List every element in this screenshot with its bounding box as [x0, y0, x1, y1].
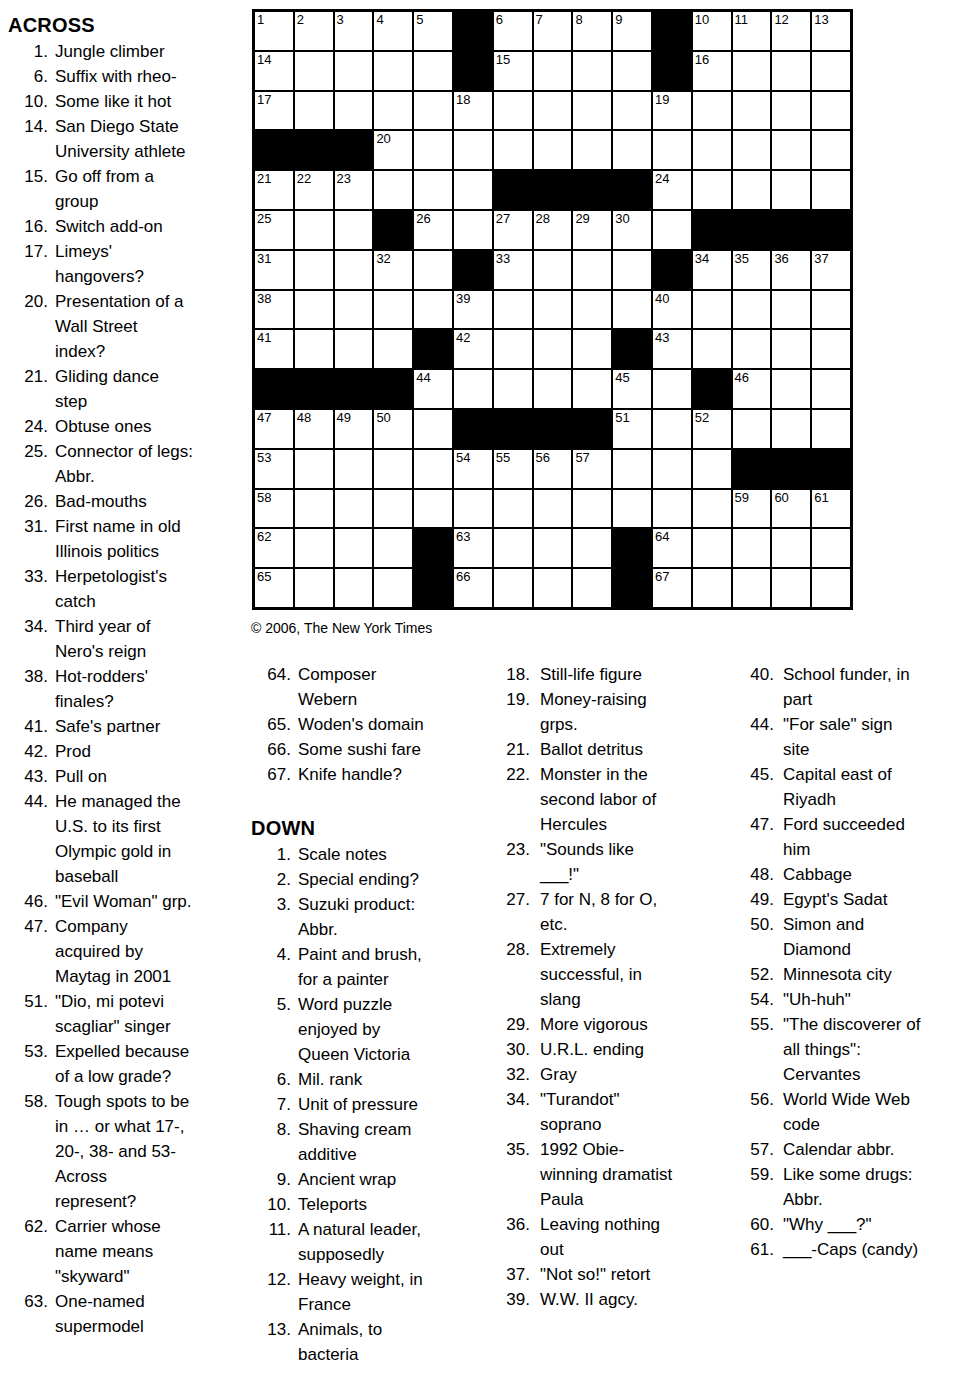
- cell-r11c1[interactable]: 47: [255, 410, 293, 448]
- cell-r7c2[interactable]: [295, 251, 333, 289]
- down-clue-list: 1.Scale notes2.Special ending?3.Suzuki p…: [251, 842, 477, 1367]
- clue-number: 32.: [506, 1062, 530, 1087]
- clue-number: 49.: [750, 887, 774, 912]
- cell-r3c13[interactable]: [733, 92, 771, 130]
- cell-r4c7[interactable]: [494, 131, 532, 169]
- cell-r2c10[interactable]: [613, 52, 651, 90]
- clue-down-48: 48.Cabbage: [750, 862, 962, 887]
- clue-across-38: 38.Hot-rodders' finales?: [8, 664, 242, 714]
- cell-r1c10[interactable]: 9: [613, 12, 651, 50]
- cell-r11c14[interactable]: [772, 410, 810, 448]
- cell-r8c5[interactable]: [414, 291, 452, 329]
- cell-r12c1[interactable]: 53: [255, 450, 293, 488]
- cell-r3c12[interactable]: [693, 92, 731, 130]
- cell-r8c7[interactable]: [494, 291, 532, 329]
- clue-text: Shaving cream additive: [298, 1117, 477, 1167]
- cell-r13c9[interactable]: [573, 490, 611, 528]
- cell-r7c12[interactable]: 34: [693, 251, 731, 289]
- clue-number: 54.: [750, 987, 774, 1012]
- cell-r11c10[interactable]: 51: [613, 410, 651, 448]
- cell-r9c9[interactable]: [573, 330, 611, 368]
- cell-r8c6[interactable]: 39: [454, 291, 492, 329]
- cell-r9c7[interactable]: [494, 330, 532, 368]
- cell-r4c6[interactable]: [454, 131, 492, 169]
- cell-r14c7[interactable]: [494, 529, 532, 567]
- clue-text: Ballot detritus: [540, 737, 718, 762]
- black-cell-r10c3: [335, 370, 373, 408]
- cell-r12c3[interactable]: [335, 450, 373, 488]
- clue-number: 65.: [251, 712, 291, 737]
- cell-r2c1[interactable]: 14: [255, 52, 293, 90]
- cell-r9c4[interactable]: [374, 330, 412, 368]
- cell-r5c12[interactable]: [693, 171, 731, 209]
- clue-text: Woden's domain: [298, 712, 477, 737]
- clue-across-43: 43.Pull on: [8, 764, 242, 789]
- cell-r7c14[interactable]: 36: [772, 251, 810, 289]
- cell-r5c14[interactable]: [772, 171, 810, 209]
- cell-r15c14[interactable]: [772, 569, 810, 607]
- cell-r10c8[interactable]: [534, 370, 572, 408]
- black-cell-r15c5: [414, 569, 452, 607]
- cell-r10c14[interactable]: [772, 370, 810, 408]
- cell-r10c13[interactable]: 46: [733, 370, 771, 408]
- cell-r2c5[interactable]: [414, 52, 452, 90]
- clue-number: 12.: [251, 1267, 291, 1317]
- cell-r8c3[interactable]: [335, 291, 373, 329]
- cell-number-25: 25: [257, 212, 271, 226]
- cell-r13c5[interactable]: [414, 490, 452, 528]
- cell-r8c1[interactable]: 38: [255, 291, 293, 329]
- clue-number: 1.: [8, 39, 48, 64]
- cell-r8c8[interactable]: [534, 291, 572, 329]
- cell-r6c5[interactable]: 26: [414, 211, 452, 249]
- cell-r3c11[interactable]: 19: [653, 92, 691, 130]
- clue-text: Some like it hot: [55, 89, 242, 114]
- cell-r1c5[interactable]: 5: [414, 12, 452, 50]
- cell-number-51: 51: [615, 411, 629, 425]
- clue-down-23: 23."Sounds like ___!": [506, 837, 718, 887]
- cell-r8c9[interactable]: [573, 291, 611, 329]
- clue-text: Expelled because of a low grade?: [55, 1039, 242, 1089]
- clue-text: Obtuse ones: [55, 414, 242, 439]
- cell-r11c5[interactable]: [414, 410, 452, 448]
- cell-r7c1[interactable]: 31: [255, 251, 293, 289]
- clue-number: 47.: [750, 812, 774, 862]
- cell-r2c12[interactable]: 16: [693, 52, 731, 90]
- cell-r1c7[interactable]: 6: [494, 12, 532, 50]
- clue-down-10: 10.Teleports: [251, 1192, 477, 1217]
- cell-r13c4[interactable]: [374, 490, 412, 528]
- cell-r7c13[interactable]: 35: [733, 251, 771, 289]
- clue-down-32: 32.Gray: [506, 1062, 718, 1087]
- clue-number: 50.: [750, 912, 774, 962]
- cell-r5c5[interactable]: [414, 171, 452, 209]
- cell-r7c3[interactable]: [335, 251, 373, 289]
- clue-text: Limeys' hangovers?: [55, 239, 242, 289]
- cell-r9c2[interactable]: [295, 330, 333, 368]
- cell-r13c12[interactable]: [693, 490, 731, 528]
- clue-number: 21.: [506, 737, 530, 762]
- cell-r6c9[interactable]: 29: [573, 211, 611, 249]
- cell-r2c9[interactable]: [573, 52, 611, 90]
- cell-r4c10[interactable]: [613, 131, 651, 169]
- clue-across-16: 16.Switch add-on: [8, 214, 242, 239]
- cell-number-29: 29: [575, 212, 589, 226]
- clue-number: 24.: [8, 414, 48, 439]
- cell-r3c2[interactable]: [295, 92, 333, 130]
- cell-r6c11[interactable]: [653, 211, 691, 249]
- cell-r9c15[interactable]: [812, 330, 850, 368]
- cell-r5c11[interactable]: 24: [653, 171, 691, 209]
- cell-r5c4[interactable]: [374, 171, 412, 209]
- clue-across-41: 41.Safe's partner: [8, 714, 242, 739]
- cell-r8c2[interactable]: [295, 291, 333, 329]
- cell-r12c10[interactable]: [613, 450, 651, 488]
- clue-text: "Dio, mi potevi scagliar" singer: [55, 989, 242, 1039]
- cell-r11c13[interactable]: [733, 410, 771, 448]
- cell-r15c1[interactable]: 65: [255, 569, 293, 607]
- cell-r7c8[interactable]: [534, 251, 572, 289]
- cell-r1c13[interactable]: 11: [733, 12, 771, 50]
- cell-r9c11[interactable]: 43: [653, 330, 691, 368]
- cell-r3c6[interactable]: 18: [454, 92, 492, 130]
- cell-r10c15[interactable]: [812, 370, 850, 408]
- cell-r6c1[interactable]: 25: [255, 211, 293, 249]
- cell-r5c13[interactable]: [733, 171, 771, 209]
- cell-r12c7[interactable]: 55: [494, 450, 532, 488]
- black-cell-r14c5: [414, 529, 452, 567]
- clue-across-42: 42.Prod: [8, 739, 242, 764]
- clue-across-26: 26.Bad-mouths: [8, 489, 242, 514]
- cell-r6c8[interactable]: 28: [534, 211, 572, 249]
- cell-r5c6[interactable]: [454, 171, 492, 209]
- clue-down-3: 3.Suzuki product: Abbr.: [251, 892, 477, 942]
- cell-number-23: 23: [337, 172, 351, 186]
- cell-r3c10[interactable]: [613, 92, 651, 130]
- cell-r1c14[interactable]: 12: [772, 12, 810, 50]
- black-cell-r6c13: [733, 211, 771, 249]
- clue-text: "Turandot" soprano: [540, 1087, 718, 1137]
- cell-r15c6[interactable]: 66: [454, 569, 492, 607]
- clue-down-21: 21.Ballot detritus: [506, 737, 718, 762]
- clue-number: 10.: [251, 1192, 291, 1217]
- cell-r12c6[interactable]: 54: [454, 450, 492, 488]
- clue-text: Calendar abbr.: [783, 1137, 962, 1162]
- cell-r4c15[interactable]: [812, 131, 850, 169]
- clue-across-62: 62.Carrier whose name means "skyward": [8, 1214, 242, 1289]
- cell-r8c14[interactable]: [772, 291, 810, 329]
- cell-r3c9[interactable]: [573, 92, 611, 130]
- cell-r14c12[interactable]: [693, 529, 731, 567]
- cell-r5c15[interactable]: [812, 171, 850, 209]
- down-header: DOWN: [251, 815, 477, 842]
- clue-across-33: 33.Herpetologist's catch: [8, 564, 242, 614]
- cell-r15c8[interactable]: [534, 569, 572, 607]
- black-cell-r6c15: [812, 211, 850, 249]
- cell-number-66: 66: [456, 570, 470, 584]
- cell-r2c15[interactable]: [812, 52, 850, 90]
- clue-number: 66.: [251, 737, 291, 762]
- down-clue-list-continued: 18.Still-life figure19.Money-raising grp…: [506, 662, 718, 1312]
- clue-down-59: 59.Like some drugs: Abbr.: [750, 1162, 962, 1212]
- black-cell-r10c1: [255, 370, 293, 408]
- clue-number: 4.: [251, 942, 291, 992]
- cell-r6c2[interactable]: [295, 211, 333, 249]
- cell-r12c11[interactable]: [653, 450, 691, 488]
- cell-r4c5[interactable]: [414, 131, 452, 169]
- cell-r14c13[interactable]: [733, 529, 771, 567]
- cell-r8c11[interactable]: 40: [653, 291, 691, 329]
- cell-r13c6[interactable]: [454, 490, 492, 528]
- cell-r8c4[interactable]: [374, 291, 412, 329]
- clue-number: 34.: [506, 1087, 530, 1137]
- clue-number: 41.: [8, 714, 48, 739]
- cell-r4c11[interactable]: [653, 131, 691, 169]
- cell-r12c12[interactable]: [693, 450, 731, 488]
- cell-r9c3[interactable]: [335, 330, 373, 368]
- cell-r1c8[interactable]: 7: [534, 12, 572, 50]
- cell-r14c8[interactable]: [534, 529, 572, 567]
- cell-r6c3[interactable]: [335, 211, 373, 249]
- cell-r10c11[interactable]: [653, 370, 691, 408]
- clue-number: 59.: [750, 1162, 774, 1212]
- cell-r1c4[interactable]: 4: [374, 12, 412, 50]
- cell-r11c11[interactable]: [653, 410, 691, 448]
- cell-number-6: 6: [496, 13, 503, 27]
- cell-r7c9[interactable]: [573, 251, 611, 289]
- cell-r1c1[interactable]: 1: [255, 12, 293, 50]
- clue-text: Bad-mouths: [55, 489, 242, 514]
- black-cell-r2c6: [454, 52, 492, 90]
- black-cell-r14c10: [613, 529, 651, 567]
- clue-text: Gray: [540, 1062, 718, 1087]
- clue-number: 6.: [251, 1067, 291, 1092]
- clue-number: 44.: [750, 712, 774, 762]
- clue-text: Jungle climber: [55, 39, 242, 64]
- cell-r12c5[interactable]: [414, 450, 452, 488]
- cell-r14c1[interactable]: 62: [255, 529, 293, 567]
- cell-r3c14[interactable]: [772, 92, 810, 130]
- cell-r6c7[interactable]: 27: [494, 211, 532, 249]
- cell-r7c5[interactable]: [414, 251, 452, 289]
- cell-r9c8[interactable]: [534, 330, 572, 368]
- cell-number-33: 33: [496, 252, 510, 266]
- cell-r15c2[interactable]: [295, 569, 333, 607]
- cell-r11c15[interactable]: [812, 410, 850, 448]
- clue-down-45: 45.Capital east of Riyadh: [750, 762, 962, 812]
- clue-text: Mil. rank: [298, 1067, 477, 1092]
- cell-r1c12[interactable]: 10: [693, 12, 731, 50]
- cell-r13c15[interactable]: 61: [812, 490, 850, 528]
- cell-r15c4[interactable]: [374, 569, 412, 607]
- cell-r15c15[interactable]: [812, 569, 850, 607]
- cell-r13c1[interactable]: 58: [255, 490, 293, 528]
- cell-r5c3[interactable]: 23: [335, 171, 373, 209]
- cell-r4c8[interactable]: [534, 131, 572, 169]
- cell-r10c6[interactable]: [454, 370, 492, 408]
- clue-across-58: 58.Tough spots to be in … or what 17-, 2…: [8, 1089, 242, 1214]
- clue-text: Cabbage: [783, 862, 962, 887]
- cell-r11c4[interactable]: 50: [374, 410, 412, 448]
- cell-r3c15[interactable]: [812, 92, 850, 130]
- cell-r12c8[interactable]: 56: [534, 450, 572, 488]
- cell-r6c10[interactable]: 30: [613, 211, 651, 249]
- cell-r13c3[interactable]: [335, 490, 373, 528]
- cell-r3c3[interactable]: [335, 92, 373, 130]
- clue-number: 1.: [251, 842, 291, 867]
- cell-r9c1[interactable]: 41: [255, 330, 293, 368]
- cell-r15c13[interactable]: [733, 569, 771, 607]
- cell-r13c7[interactable]: [494, 490, 532, 528]
- cell-r15c12[interactable]: [693, 569, 731, 607]
- cell-r14c4[interactable]: [374, 529, 412, 567]
- cell-r7c10[interactable]: [613, 251, 651, 289]
- cell-r10c10[interactable]: 45: [613, 370, 651, 408]
- clue-down-7: 7.Unit of pressure: [251, 1092, 477, 1117]
- clue-across-51: 51."Dio, mi potevi scagliar" singer: [8, 989, 242, 1039]
- cell-r14c9[interactable]: [573, 529, 611, 567]
- cell-r7c4[interactable]: 32: [374, 251, 412, 289]
- cell-r14c6[interactable]: 63: [454, 529, 492, 567]
- cell-r15c9[interactable]: [573, 569, 611, 607]
- clue-across-67: 67.Knife handle?: [251, 762, 477, 787]
- cell-r13c2[interactable]: [295, 490, 333, 528]
- cell-r2c3[interactable]: [335, 52, 373, 90]
- cell-number-12: 12: [774, 13, 788, 27]
- cell-number-36: 36: [774, 252, 788, 266]
- cell-r2c14[interactable]: [772, 52, 810, 90]
- black-cell-r10c4: [374, 370, 412, 408]
- cell-r9c13[interactable]: [733, 330, 771, 368]
- clue-number: 23.: [506, 837, 530, 887]
- black-cell-r7c11: [653, 251, 691, 289]
- cell-r10c9[interactable]: [573, 370, 611, 408]
- cell-r13c11[interactable]: [653, 490, 691, 528]
- clue-across-10: 10.Some like it hot: [8, 89, 242, 114]
- cell-r9c14[interactable]: [772, 330, 810, 368]
- cell-r11c12[interactable]: 52: [693, 410, 731, 448]
- cell-r8c12[interactable]: [693, 291, 731, 329]
- cell-r7c15[interactable]: 37: [812, 251, 850, 289]
- cell-r15c7[interactable]: [494, 569, 532, 607]
- cell-number-44: 44: [416, 371, 430, 385]
- cell-r13c8[interactable]: [534, 490, 572, 528]
- cell-r15c11[interactable]: 67: [653, 569, 691, 607]
- cell-r12c2[interactable]: [295, 450, 333, 488]
- clue-text: Special ending?: [298, 867, 477, 892]
- cell-r12c9[interactable]: 57: [573, 450, 611, 488]
- clue-number: 38.: [8, 664, 48, 714]
- clue-number: 16.: [8, 214, 48, 239]
- cell-r14c3[interactable]: [335, 529, 373, 567]
- clue-number: 36.: [506, 1212, 530, 1262]
- clue-number: 39.: [506, 1287, 530, 1312]
- cell-r2c8[interactable]: [534, 52, 572, 90]
- cell-r4c9[interactable]: [573, 131, 611, 169]
- cell-r1c3[interactable]: 3: [335, 12, 373, 50]
- cell-r11c2[interactable]: 48: [295, 410, 333, 448]
- cell-number-20: 20: [376, 132, 390, 146]
- cell-r13c14[interactable]: 60: [772, 490, 810, 528]
- clue-text: "Uh-huh": [783, 987, 962, 1012]
- cell-r13c10[interactable]: [613, 490, 651, 528]
- cell-r2c7[interactable]: 15: [494, 52, 532, 90]
- cell-number-5: 5: [416, 13, 423, 27]
- clue-text: "For sale" sign site: [783, 712, 962, 762]
- cell-r6c6[interactable]: [454, 211, 492, 249]
- cell-r14c14[interactable]: [772, 529, 810, 567]
- clue-text: Connector of legs: Abbr.: [55, 439, 242, 489]
- cell-r9c6[interactable]: 42: [454, 330, 492, 368]
- cell-r14c2[interactable]: [295, 529, 333, 567]
- cell-r2c2[interactable]: [295, 52, 333, 90]
- cell-r12c4[interactable]: [374, 450, 412, 488]
- cell-number-65: 65: [257, 570, 271, 584]
- clue-number: 40.: [750, 662, 774, 712]
- clue-down-18: 18.Still-life figure: [506, 662, 718, 687]
- clue-number: 20.: [8, 289, 48, 364]
- black-cell-r2c11: [653, 52, 691, 90]
- cell-r10c5[interactable]: 44: [414, 370, 452, 408]
- cell-r7c7[interactable]: 33: [494, 251, 532, 289]
- clue-number: 42.: [8, 739, 48, 764]
- clue-down-19: 19.Money-raising grps.: [506, 687, 718, 737]
- clue-number: 63.: [8, 1289, 48, 1339]
- clue-across-1: 1.Jungle climber: [8, 39, 242, 64]
- cell-number-24: 24: [655, 172, 669, 186]
- cell-r3c8[interactable]: [534, 92, 572, 130]
- cell-r4c13[interactable]: [733, 131, 771, 169]
- cell-number-17: 17: [257, 93, 271, 107]
- cell-r1c15[interactable]: 13: [812, 12, 850, 50]
- cell-r10c7[interactable]: [494, 370, 532, 408]
- cell-r3c4[interactable]: [374, 92, 412, 130]
- cell-r8c15[interactable]: [812, 291, 850, 329]
- cell-number-15: 15: [496, 53, 510, 67]
- clue-text: "Why ___?": [783, 1212, 962, 1237]
- cell-r2c13[interactable]: [733, 52, 771, 90]
- cell-r14c11[interactable]: 64: [653, 529, 691, 567]
- cell-r3c7[interactable]: [494, 92, 532, 130]
- across-clue-list-continued: 64.Composer Webern65.Woden's domain66.So…: [251, 662, 477, 787]
- clue-down-50: 50.Simon and Diamond: [750, 912, 962, 962]
- cell-r3c1[interactable]: 17: [255, 92, 293, 130]
- cell-r8c10[interactable]: [613, 291, 651, 329]
- cell-r9c12[interactable]: [693, 330, 731, 368]
- cell-r4c12[interactable]: [693, 131, 731, 169]
- clue-number: 51.: [8, 989, 48, 1039]
- clue-number: 53.: [8, 1039, 48, 1089]
- clue-number: 9.: [251, 1167, 291, 1192]
- cell-r8c13[interactable]: [733, 291, 771, 329]
- cell-r14c15[interactable]: [812, 529, 850, 567]
- cell-r13c13[interactable]: 59: [733, 490, 771, 528]
- black-cell-r11c6: [454, 410, 492, 448]
- cell-number-46: 46: [735, 371, 749, 385]
- clue-number: 21.: [8, 364, 48, 414]
- cell-r15c3[interactable]: [335, 569, 373, 607]
- cell-number-63: 63: [456, 530, 470, 544]
- cell-r11c3[interactable]: 49: [335, 410, 373, 448]
- cell-r4c4[interactable]: 20: [374, 131, 412, 169]
- cell-r1c2[interactable]: 2: [295, 12, 333, 50]
- cell-r2c4[interactable]: [374, 52, 412, 90]
- cell-r5c1[interactable]: 21: [255, 171, 293, 209]
- cell-r5c2[interactable]: 22: [295, 171, 333, 209]
- cell-r4c14[interactable]: [772, 131, 810, 169]
- cell-r3c5[interactable]: [414, 92, 452, 130]
- cell-r1c9[interactable]: 8: [573, 12, 611, 50]
